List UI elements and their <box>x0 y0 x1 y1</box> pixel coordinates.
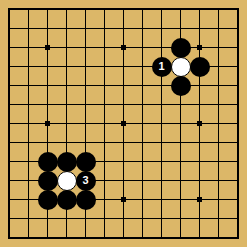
white-stone[interactable] <box>171 57 191 77</box>
black-stone[interactable] <box>190 57 210 77</box>
black-stone[interactable] <box>57 190 77 210</box>
black-stone[interactable] <box>171 38 191 58</box>
black-stone[interactable] <box>76 190 96 210</box>
move-number-label: 3 <box>82 175 88 186</box>
black-stone[interactable] <box>38 190 58 210</box>
black-stone[interactable] <box>57 152 77 172</box>
black-stone[interactable] <box>171 76 191 96</box>
black-stone[interactable] <box>76 152 96 172</box>
white-stone[interactable] <box>57 171 77 191</box>
black-stone[interactable]: 1 <box>152 57 172 77</box>
black-stone[interactable] <box>38 171 58 191</box>
go-board[interactable]: 13 <box>0 0 247 247</box>
stones-grid: 13 <box>0 0 247 247</box>
black-stone[interactable]: 3 <box>76 171 96 191</box>
move-number-label: 1 <box>158 61 164 72</box>
black-stone[interactable] <box>38 152 58 172</box>
